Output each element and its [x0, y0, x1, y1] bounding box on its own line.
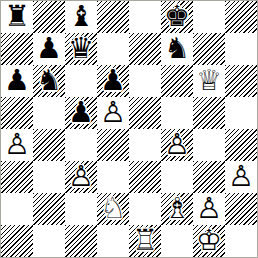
piece-glyph: ♖: [129, 225, 161, 257]
square-c1[interactable]: [65, 225, 97, 257]
piece-glyph: ♙: [161, 129, 193, 161]
square-e2[interactable]: [129, 193, 161, 225]
piece-black-knight[interactable]: ♞♞: [161, 33, 193, 65]
square-c4[interactable]: [65, 129, 97, 161]
piece-black-queen[interactable]: ♛♛: [65, 33, 97, 65]
square-f2[interactable]: ♝♗: [161, 193, 193, 225]
square-d1[interactable]: [97, 225, 129, 257]
square-g3[interactable]: [193, 161, 225, 193]
square-f8[interactable]: ♚♚: [161, 1, 193, 33]
square-a8[interactable]: ♜♜: [1, 1, 33, 33]
square-f7[interactable]: ♞♞: [161, 33, 193, 65]
square-d3[interactable]: [97, 161, 129, 193]
piece-glyph: ♙: [1, 129, 33, 161]
piece-glyph: ♙: [225, 161, 257, 193]
square-b8[interactable]: [33, 1, 65, 33]
piece-glyph: ♜: [1, 1, 33, 33]
piece-glyph: ♟: [97, 65, 129, 97]
piece-glyph: ♛: [65, 33, 97, 65]
piece-black-rook[interactable]: ♜♜: [1, 1, 33, 33]
square-h5[interactable]: [225, 97, 257, 129]
square-d6[interactable]: ♟♟: [97, 65, 129, 97]
piece-white-pawn[interactable]: ♟♙: [97, 97, 129, 129]
square-b1[interactable]: [33, 225, 65, 257]
square-b6[interactable]: ♞♞: [33, 65, 65, 97]
square-b3[interactable]: [33, 161, 65, 193]
piece-glyph: ♙: [193, 193, 225, 225]
square-f6[interactable]: [161, 65, 193, 97]
chess-board: ♜♜♝♝♚♚♟♟♛♛♞♞♟♟♞♞♟♟♛♕♟♟♟♙♟♙♟♙♟♙♟♙♞♘♝♗♟♙♜♖…: [1, 1, 257, 257]
square-a6[interactable]: ♟♟: [1, 65, 33, 97]
piece-white-queen[interactable]: ♛♕: [193, 65, 225, 97]
square-b4[interactable]: [33, 129, 65, 161]
square-g6[interactable]: ♛♕: [193, 65, 225, 97]
piece-black-bishop[interactable]: ♝♝: [65, 1, 97, 33]
square-g2[interactable]: ♟♙: [193, 193, 225, 225]
square-c5[interactable]: ♟♟: [65, 97, 97, 129]
square-e6[interactable]: [129, 65, 161, 97]
square-h4[interactable]: [225, 129, 257, 161]
square-b5[interactable]: [33, 97, 65, 129]
square-h6[interactable]: [225, 65, 257, 97]
square-d7[interactable]: [97, 33, 129, 65]
square-g8[interactable]: [193, 1, 225, 33]
piece-glyph: ♟: [65, 97, 97, 129]
square-e7[interactable]: [129, 33, 161, 65]
square-a5[interactable]: [1, 97, 33, 129]
chess-board-frame: ♜♜♝♝♚♚♟♟♛♛♞♞♟♟♞♞♟♟♛♕♟♟♟♙♟♙♟♙♟♙♟♙♞♘♝♗♟♙♜♖…: [0, 0, 258, 258]
square-a3[interactable]: [1, 161, 33, 193]
square-g7[interactable]: [193, 33, 225, 65]
square-f3[interactable]: [161, 161, 193, 193]
square-d2[interactable]: ♞♘: [97, 193, 129, 225]
piece-black-pawn[interactable]: ♟♟: [97, 65, 129, 97]
square-a2[interactable]: [1, 193, 33, 225]
piece-glyph: ♟: [33, 33, 65, 65]
square-h1[interactable]: [225, 225, 257, 257]
piece-glyph: ♙: [65, 161, 97, 193]
piece-white-bishop[interactable]: ♝♗: [161, 193, 193, 225]
piece-white-rook[interactable]: ♜♖: [129, 225, 161, 257]
piece-glyph: ♟: [1, 65, 33, 97]
square-b7[interactable]: ♟♟: [33, 33, 65, 65]
piece-glyph: ♙: [97, 97, 129, 129]
square-c7[interactable]: ♛♛: [65, 33, 97, 65]
piece-white-king[interactable]: ♚♔: [193, 225, 225, 257]
square-d8[interactable]: [97, 1, 129, 33]
square-d4[interactable]: [97, 129, 129, 161]
piece-black-pawn[interactable]: ♟♟: [1, 65, 33, 97]
square-d5[interactable]: ♟♙: [97, 97, 129, 129]
piece-glyph: ♕: [193, 65, 225, 97]
square-h8[interactable]: [225, 1, 257, 33]
square-c6[interactable]: [65, 65, 97, 97]
square-e3[interactable]: [129, 161, 161, 193]
piece-glyph: ♝: [65, 1, 97, 33]
square-e4[interactable]: [129, 129, 161, 161]
piece-white-pawn[interactable]: ♟♙: [161, 129, 193, 161]
piece-glyph: ♚: [161, 1, 193, 33]
square-e1[interactable]: ♜♖: [129, 225, 161, 257]
piece-glyph: ♗: [161, 193, 193, 225]
square-g4[interactable]: [193, 129, 225, 161]
square-h3[interactable]: ♟♙: [225, 161, 257, 193]
square-f1[interactable]: [161, 225, 193, 257]
piece-black-knight[interactable]: ♞♞: [33, 65, 65, 97]
square-a7[interactable]: [1, 33, 33, 65]
square-c8[interactable]: ♝♝: [65, 1, 97, 33]
piece-black-pawn[interactable]: ♟♟: [65, 97, 97, 129]
piece-black-king[interactable]: ♚♚: [161, 1, 193, 33]
piece-white-knight[interactable]: ♞♘: [97, 193, 129, 225]
square-h7[interactable]: [225, 33, 257, 65]
square-h2[interactable]: [225, 193, 257, 225]
piece-white-pawn[interactable]: ♟♙: [225, 161, 257, 193]
square-e5[interactable]: [129, 97, 161, 129]
piece-white-pawn[interactable]: ♟♙: [193, 193, 225, 225]
square-a4[interactable]: ♟♙: [1, 129, 33, 161]
square-c2[interactable]: [65, 193, 97, 225]
square-g5[interactable]: [193, 97, 225, 129]
piece-glyph: ♞: [161, 33, 193, 65]
square-g1[interactable]: ♚♔: [193, 225, 225, 257]
piece-glyph: ♞: [33, 65, 65, 97]
square-b2[interactable]: [33, 193, 65, 225]
piece-black-pawn[interactable]: ♟♟: [33, 33, 65, 65]
piece-white-pawn[interactable]: ♟♙: [1, 129, 33, 161]
piece-glyph: ♔: [193, 225, 225, 257]
square-f5[interactable]: [161, 97, 193, 129]
square-a1[interactable]: [1, 225, 33, 257]
square-c3[interactable]: ♟♙: [65, 161, 97, 193]
square-f4[interactable]: ♟♙: [161, 129, 193, 161]
piece-white-pawn[interactable]: ♟♙: [65, 161, 97, 193]
piece-glyph: ♘: [97, 193, 129, 225]
square-e8[interactable]: [129, 1, 161, 33]
